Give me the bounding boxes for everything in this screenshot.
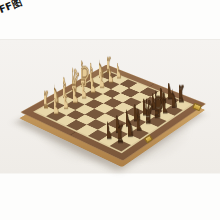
square xyxy=(93,94,112,104)
photo-stage: ♜♟♟♜♞♟♟♞♝♟♟♝♚♟♟♚♛♟♟♛♝♟♟♝♞♟♟♞♜♟♟♜ FF图 xyxy=(0,0,220,220)
watermark: FF图 xyxy=(0,0,24,17)
